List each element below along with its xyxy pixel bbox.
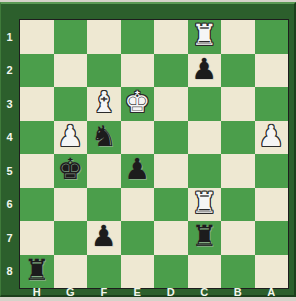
- square-b8[interactable]: [221, 255, 255, 289]
- black-rook[interactable]: ♜: [24, 256, 50, 285]
- square-d7[interactable]: [154, 221, 188, 255]
- square-b6[interactable]: [221, 188, 255, 222]
- square-b3[interactable]: [221, 87, 255, 121]
- square-f6[interactable]: [87, 188, 121, 222]
- square-a7[interactable]: [255, 221, 289, 255]
- square-h2[interactable]: [20, 54, 54, 88]
- square-h6[interactable]: [20, 188, 54, 222]
- square-c5[interactable]: [188, 154, 222, 188]
- square-d1[interactable]: [154, 20, 188, 54]
- file-label-b: B: [221, 287, 255, 297]
- square-g7[interactable]: [54, 221, 88, 255]
- square-c1[interactable]: ♜: [188, 20, 222, 54]
- square-g1[interactable]: [54, 20, 88, 54]
- square-f7[interactable]: ♟: [87, 221, 121, 255]
- square-g8[interactable]: [54, 255, 88, 289]
- square-f5[interactable]: [87, 154, 121, 188]
- square-f2[interactable]: [87, 54, 121, 88]
- square-f3[interactable]: ♝: [87, 87, 121, 121]
- square-h5[interactable]: [20, 154, 54, 188]
- square-e1[interactable]: [121, 20, 155, 54]
- rank-label-5: 5: [0, 154, 19, 188]
- chess-board: ♜♟♝♚♟♞♟♚♟♜♟♜♜: [20, 20, 288, 288]
- square-e6[interactable]: [121, 188, 155, 222]
- square-h3[interactable]: [20, 87, 54, 121]
- square-f1[interactable]: [87, 20, 121, 54]
- square-c6[interactable]: ♜: [188, 188, 222, 222]
- square-c4[interactable]: [188, 121, 222, 155]
- square-c8[interactable]: [188, 255, 222, 289]
- square-b7[interactable]: [221, 221, 255, 255]
- square-d5[interactable]: [154, 154, 188, 188]
- square-d2[interactable]: [154, 54, 188, 88]
- square-b1[interactable]: [221, 20, 255, 54]
- rank-label-4: 4: [0, 121, 19, 155]
- black-rook[interactable]: ♜: [191, 222, 217, 251]
- black-pawn[interactable]: ♟: [91, 222, 117, 251]
- square-a1[interactable]: [255, 20, 289, 54]
- square-a5[interactable]: [255, 154, 289, 188]
- square-e5[interactable]: ♟: [121, 154, 155, 188]
- square-d6[interactable]: [154, 188, 188, 222]
- square-e4[interactable]: [121, 121, 155, 155]
- square-f8[interactable]: [87, 255, 121, 289]
- file-label-g: G: [54, 287, 88, 297]
- square-a3[interactable]: [255, 87, 289, 121]
- square-b4[interactable]: [221, 121, 255, 155]
- file-label-c: C: [188, 287, 222, 297]
- black-pawn[interactable]: ♟: [124, 155, 150, 184]
- square-b2[interactable]: [221, 54, 255, 88]
- square-b5[interactable]: [221, 154, 255, 188]
- square-g3[interactable]: [54, 87, 88, 121]
- square-a8[interactable]: [255, 255, 289, 289]
- square-c7[interactable]: ♜: [188, 221, 222, 255]
- black-knight[interactable]: ♞: [91, 122, 117, 151]
- square-e7[interactable]: [121, 221, 155, 255]
- square-e3[interactable]: ♚: [121, 87, 155, 121]
- white-bishop[interactable]: ♝: [91, 88, 117, 117]
- white-pawn[interactable]: ♟: [258, 122, 284, 151]
- file-label-h: H: [20, 287, 54, 297]
- file-label-e: E: [121, 287, 155, 297]
- file-label-f: F: [87, 287, 121, 297]
- black-king[interactable]: ♚: [57, 155, 83, 184]
- square-g6[interactable]: [54, 188, 88, 222]
- square-a2[interactable]: [255, 54, 289, 88]
- square-a6[interactable]: [255, 188, 289, 222]
- square-e8[interactable]: [121, 255, 155, 289]
- square-g5[interactable]: ♚: [54, 154, 88, 188]
- square-h8[interactable]: ♜: [20, 255, 54, 289]
- rank-label-6: 6: [0, 188, 19, 222]
- square-g4[interactable]: ♟: [54, 121, 88, 155]
- rank-label-7: 7: [0, 221, 19, 255]
- square-c3[interactable]: [188, 87, 222, 121]
- black-pawn[interactable]: ♟: [191, 55, 217, 84]
- file-label-a: A: [255, 287, 289, 297]
- chess-board-diagram: 12345678 ♜♟♝♚♟♞♟♚♟♜♟♜♜ HGFEDCBA: [0, 0, 296, 301]
- square-g2[interactable]: [54, 54, 88, 88]
- square-a4[interactable]: ♟: [255, 121, 289, 155]
- file-labels: HGFEDCBA: [20, 287, 288, 297]
- white-pawn[interactable]: ♟: [57, 122, 83, 151]
- square-d3[interactable]: [154, 87, 188, 121]
- file-label-d: D: [154, 287, 188, 297]
- rank-label-8: 8: [0, 255, 19, 289]
- square-h7[interactable]: [20, 221, 54, 255]
- rank-label-2: 2: [0, 54, 19, 88]
- square-h4[interactable]: [20, 121, 54, 155]
- white-rook[interactable]: ♜: [191, 189, 217, 218]
- square-d8[interactable]: [154, 255, 188, 289]
- square-h1[interactable]: [20, 20, 54, 54]
- square-e2[interactable]: [121, 54, 155, 88]
- square-f4[interactable]: ♞: [87, 121, 121, 155]
- rank-label-3: 3: [0, 87, 19, 121]
- rank-labels: 12345678: [0, 20, 19, 288]
- square-d4[interactable]: [154, 121, 188, 155]
- square-c2[interactable]: ♟: [188, 54, 222, 88]
- rank-label-1: 1: [0, 20, 19, 54]
- white-king[interactable]: ♚: [124, 88, 150, 117]
- white-rook[interactable]: ♜: [191, 21, 217, 50]
